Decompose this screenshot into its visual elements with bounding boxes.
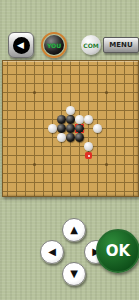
player-black-label: YOU <box>47 42 61 49</box>
white-stone <box>93 124 102 133</box>
arrow-up-icon: ▲ <box>70 225 78 235</box>
cursor-marker <box>85 152 92 159</box>
arrow-down-icon: ▼ <box>70 269 78 279</box>
player-white-indicator: COM <box>81 35 101 55</box>
dpad-up-button[interactable]: ▲ <box>62 218 86 242</box>
white-stone <box>57 133 66 142</box>
game-screen: ◀ YOU COM MENU ▲ ◀ ▶ ▼ OK <box>0 0 139 300</box>
player-white-label: COM <box>83 42 98 49</box>
white-stone <box>66 106 75 115</box>
star-point <box>33 91 36 94</box>
player-black-indicator: YOU <box>41 32 67 58</box>
black-stone <box>75 133 84 142</box>
back-arrow-icon: ◀ <box>17 41 24 50</box>
back-button-disc: ◀ <box>13 37 30 54</box>
dpad-down-button[interactable]: ▼ <box>62 262 86 286</box>
white-stone <box>48 124 57 133</box>
black-stone-icon: YOU <box>44 35 64 55</box>
menu-button[interactable]: MENU <box>103 37 139 53</box>
black-stone <box>66 124 75 133</box>
board-grid[interactable] <box>2 60 139 197</box>
ok-button[interactable]: OK <box>96 229 139 273</box>
white-stone <box>75 115 84 124</box>
black-stone <box>66 115 75 124</box>
last-move-marker <box>75 124 84 133</box>
white-stone <box>84 142 93 151</box>
star-point <box>105 91 108 94</box>
star-point <box>33 163 36 166</box>
dpad-left-button[interactable]: ◀ <box>40 240 64 264</box>
white-stone <box>84 115 93 124</box>
back-button[interactable]: ◀ <box>8 32 34 58</box>
black-stone <box>66 133 75 142</box>
black-stone <box>57 115 66 124</box>
arrow-left-icon: ◀ <box>48 247 56 257</box>
black-stone <box>57 124 66 133</box>
star-point <box>105 163 108 166</box>
